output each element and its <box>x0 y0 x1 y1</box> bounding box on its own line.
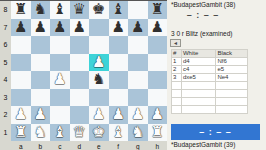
empty-move-cell <box>181 106 216 114</box>
square-h1[interactable]: ♜ <box>148 124 168 142</box>
top-player-clock: – : – – <box>173 9 233 21</box>
square-d6[interactable] <box>70 36 90 54</box>
chess-board-area: 87654321 ♜♞♝♛♚♝♜♟♟♟♟♟♟♟♟♟♞♟♟♟♟♟♟♜♞♝♛♚♝♞♜… <box>0 0 167 150</box>
square-a4[interactable] <box>11 71 31 89</box>
move-cell[interactable]: 1 <box>172 58 182 66</box>
move-table-col-num: # <box>172 50 182 58</box>
square-e1[interactable]: ♚ <box>89 124 109 142</box>
piece-black-king[interactable]: ♚ <box>92 1 105 19</box>
piece-black-pawn[interactable]: ♟ <box>131 19 144 37</box>
square-g5[interactable] <box>128 54 148 72</box>
square-c7[interactable]: ♟ <box>50 19 70 37</box>
move-cell[interactable]: 2 <box>172 66 182 74</box>
move-nav-button[interactable]: ◄ <box>170 39 181 47</box>
empty-move-cell <box>181 82 216 90</box>
piece-white-king[interactable]: ♚ <box>92 124 105 142</box>
empty-move-cell <box>172 82 182 90</box>
square-c4[interactable]: ♟ <box>50 71 70 89</box>
empty-move-cell <box>216 106 248 114</box>
empty-move-row <box>172 90 248 98</box>
square-d3[interactable] <box>70 89 90 107</box>
square-b8[interactable]: ♞ <box>31 1 51 19</box>
piece-black-bishop[interactable]: ♝ <box>112 1 125 19</box>
empty-move-cell <box>181 90 216 98</box>
piece-black-pawn[interactable]: ♟ <box>73 19 86 37</box>
move-cell[interactable]: Nf6 <box>216 58 248 66</box>
square-e6[interactable] <box>89 36 109 54</box>
piece-white-pawn[interactable]: ♟ <box>92 54 105 72</box>
square-e5[interactable]: ♟ <box>89 54 109 72</box>
square-c1[interactable]: ♝ <box>50 124 70 142</box>
square-c8[interactable]: ♝ <box>50 1 70 19</box>
file-label-f: f <box>109 141 129 150</box>
square-f8[interactable]: ♝ <box>109 1 129 19</box>
piece-white-pawn[interactable]: ♟ <box>92 106 105 124</box>
file-label-b: b <box>31 141 51 150</box>
square-a1[interactable]: ♜ <box>11 124 31 142</box>
rank-label-8: 8 <box>0 1 11 19</box>
square-d4[interactable] <box>70 71 90 89</box>
square-g8[interactable] <box>128 1 148 19</box>
piece-black-pawn[interactable]: ♟ <box>151 19 164 37</box>
square-f6[interactable] <box>109 36 129 54</box>
piece-black-knight[interactable]: ♞ <box>92 71 105 89</box>
square-b3[interactable] <box>31 89 51 107</box>
square-d8[interactable]: ♛ <box>70 1 90 19</box>
file-label-h: h <box>148 141 168 150</box>
chess-board[interactable]: ♜♞♝♛♚♝♜♟♟♟♟♟♟♟♟♟♞♟♟♟♟♟♟♜♞♝♛♚♝♞♜ <box>11 1 167 141</box>
square-c2[interactable] <box>50 106 70 124</box>
square-a3[interactable] <box>11 89 31 107</box>
square-f3[interactable] <box>109 89 129 107</box>
square-e3[interactable] <box>89 89 109 107</box>
file-label-d: d <box>70 141 90 150</box>
move-row[interactable]: 3dxe5Ne4 <box>172 74 248 82</box>
square-a2[interactable]: ♟ <box>11 106 31 124</box>
square-b1[interactable]: ♞ <box>31 124 51 142</box>
square-d7[interactable]: ♟ <box>70 19 90 37</box>
empty-move-row <box>172 106 248 114</box>
game-side-panel: *BudapestGambit (38) – : – – 3 0 r Blitz… <box>167 0 266 150</box>
square-b2[interactable]: ♟ <box>31 106 51 124</box>
top-player-label: *BudapestGambit (38) <box>171 1 235 8</box>
square-h5[interactable] <box>148 54 168 72</box>
square-h3[interactable] <box>148 89 168 107</box>
square-h4[interactable] <box>148 71 168 89</box>
move-table-col-white: White <box>181 50 216 58</box>
square-g2[interactable]: ♟ <box>128 106 148 124</box>
empty-move-cell <box>172 90 182 98</box>
square-a7[interactable]: ♟ <box>11 19 31 37</box>
square-d5[interactable] <box>70 54 90 72</box>
empty-move-cell <box>216 90 248 98</box>
piece-black-pawn[interactable]: ♟ <box>34 19 47 37</box>
square-g4[interactable] <box>128 71 148 89</box>
move-cell[interactable]: Ne4 <box>216 74 248 82</box>
square-c5[interactable] <box>50 54 70 72</box>
move-cell[interactable]: d4 <box>181 58 216 66</box>
square-b7[interactable]: ♟ <box>31 19 51 37</box>
move-table-col-black: Black <box>216 50 248 58</box>
empty-move-cell <box>181 98 216 106</box>
square-c3[interactable] <box>50 89 70 107</box>
piece-black-bishop[interactable]: ♝ <box>53 1 66 19</box>
square-a5[interactable] <box>11 54 31 72</box>
file-label-e: e <box>89 141 109 150</box>
square-e4[interactable]: ♞ <box>89 71 109 89</box>
move-cell[interactable]: dxe5 <box>181 74 216 82</box>
move-row[interactable]: 2c4e5 <box>172 66 248 74</box>
square-f5[interactable] <box>109 54 129 72</box>
piece-white-pawn[interactable]: ♟ <box>131 106 144 124</box>
square-f1[interactable]: ♝ <box>109 124 129 142</box>
square-h2[interactable]: ♟ <box>148 106 168 124</box>
file-labels: abcdefgh <box>11 141 167 150</box>
piece-white-queen[interactable]: ♛ <box>73 124 86 142</box>
square-f4[interactable] <box>109 71 129 89</box>
piece-white-pawn[interactable]: ♟ <box>14 106 27 124</box>
piece-white-pawn[interactable]: ♟ <box>53 71 66 89</box>
square-a6[interactable] <box>11 36 31 54</box>
rank-label-7: 7 <box>0 19 11 37</box>
square-f2[interactable]: ♟ <box>109 106 129 124</box>
move-row[interactable]: 1d4Nf6 <box>172 58 248 66</box>
piece-white-pawn[interactable]: ♟ <box>151 106 164 124</box>
square-b6[interactable] <box>31 36 51 54</box>
empty-move-cell <box>216 82 248 90</box>
file-label-g: g <box>128 141 148 150</box>
rank-labels: 87654321 <box>0 1 11 141</box>
move-list-table[interactable]: #WhiteBlack 1d4Nf62c4e53dxe5Ne4 <box>171 49 248 114</box>
rank-label-3: 3 <box>0 89 11 107</box>
square-b4[interactable] <box>31 71 51 89</box>
empty-move-cell <box>172 98 182 106</box>
square-b5[interactable] <box>31 54 51 72</box>
square-g3[interactable] <box>128 89 148 107</box>
bottom-player-clock-active: – : – – <box>171 124 260 140</box>
square-h6[interactable] <box>148 36 168 54</box>
square-c6[interactable] <box>50 36 70 54</box>
piece-white-knight[interactable]: ♞ <box>34 124 47 142</box>
rank-label-2: 2 <box>0 106 11 124</box>
square-g6[interactable] <box>128 36 148 54</box>
piece-white-rook[interactable]: ♜ <box>151 124 164 142</box>
empty-move-row <box>172 82 248 90</box>
move-cell[interactable]: c4 <box>181 66 216 74</box>
square-e7[interactable] <box>89 19 109 37</box>
rank-label-5: 5 <box>0 54 11 72</box>
piece-black-rook[interactable]: ♜ <box>14 1 27 19</box>
move-table-header: #WhiteBlack <box>172 50 248 58</box>
piece-white-knight[interactable]: ♞ <box>131 124 144 142</box>
square-d1[interactable]: ♛ <box>70 124 90 142</box>
piece-black-pawn[interactable]: ♟ <box>14 19 27 37</box>
bottom-player-label: *BudapestGambit (39) <box>171 141 235 148</box>
square-e8[interactable]: ♚ <box>89 1 109 19</box>
empty-move-cell <box>172 106 182 114</box>
square-d2[interactable] <box>70 106 90 124</box>
piece-white-pawn[interactable]: ♟ <box>34 106 47 124</box>
piece-black-pawn[interactable]: ♟ <box>53 19 66 37</box>
piece-white-bishop[interactable]: ♝ <box>112 124 125 142</box>
empty-move-cell <box>216 98 248 106</box>
square-g7[interactable]: ♟ <box>128 19 148 37</box>
square-h8[interactable]: ♜ <box>148 1 168 19</box>
empty-move-row <box>172 98 248 106</box>
move-cell[interactable]: e5 <box>216 66 248 74</box>
piece-black-pawn[interactable]: ♟ <box>112 19 125 37</box>
rank-label-1: 1 <box>0 124 11 142</box>
file-label-c: c <box>50 141 70 150</box>
game-info-text: 3 0 r Blitz (examined) <box>171 30 232 37</box>
piece-white-rook[interactable]: ♜ <box>14 124 27 142</box>
piece-black-knight[interactable]: ♞ <box>34 1 47 19</box>
square-h7[interactable]: ♟ <box>148 19 168 37</box>
square-e2[interactable]: ♟ <box>89 106 109 124</box>
move-cell[interactable]: 3 <box>172 74 182 82</box>
file-label-a: a <box>11 141 31 150</box>
piece-white-pawn[interactable]: ♟ <box>112 106 125 124</box>
piece-black-queen[interactable]: ♛ <box>73 1 86 19</box>
piece-black-rook[interactable]: ♜ <box>151 1 164 19</box>
piece-white-bishop[interactable]: ♝ <box>53 124 66 142</box>
rank-label-6: 6 <box>0 36 11 54</box>
square-f7[interactable]: ♟ <box>109 19 129 37</box>
square-a8[interactable]: ♜ <box>11 1 31 19</box>
square-g1[interactable]: ♞ <box>128 124 148 142</box>
chess-app-window: 87654321 ♜♞♝♛♚♝♜♟♟♟♟♟♟♟♟♟♞♟♟♟♟♟♟♜♞♝♛♚♝♞♜… <box>0 0 266 150</box>
rank-label-4: 4 <box>0 71 11 89</box>
